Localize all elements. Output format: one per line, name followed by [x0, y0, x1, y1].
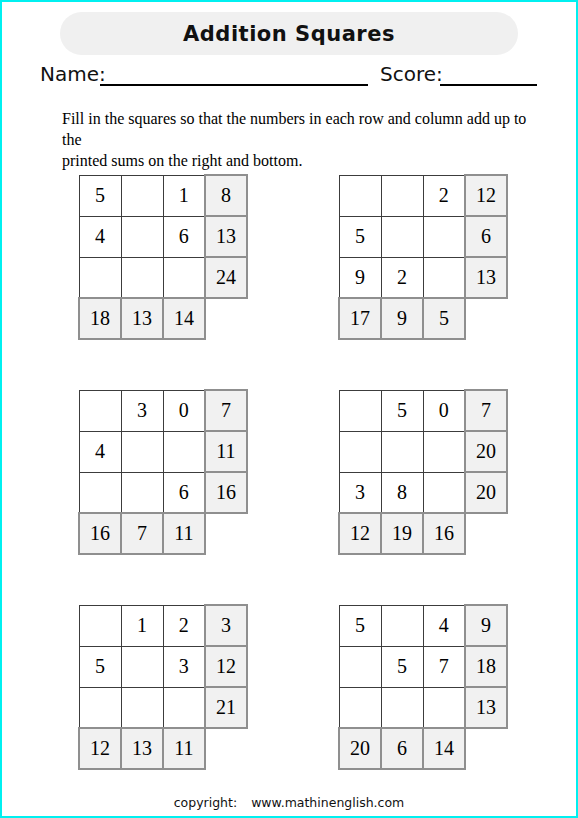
row-sum-cell: 24: [205, 257, 247, 298]
given-number-cell: 9: [339, 257, 381, 298]
column-sum-cell: 16: [423, 513, 465, 554]
row-sum-cell: 9: [465, 605, 507, 646]
empty-entry-cell[interactable]: [79, 390, 121, 431]
column-sum-cell: 20: [339, 728, 381, 769]
addition-square-puzzle-1: 518461324181314: [78, 174, 248, 340]
given-number-cell: 6: [163, 472, 205, 513]
column-sum-cell: 11: [163, 728, 205, 769]
name-input-line[interactable]: [100, 84, 368, 86]
copyright-label: copyright:: [174, 795, 237, 810]
empty-entry-cell[interactable]: [381, 216, 423, 257]
given-number-cell: 4: [423, 605, 465, 646]
empty-entry-cell[interactable]: [381, 605, 423, 646]
row-sum-cell: 18: [465, 646, 507, 687]
empty-entry-cell[interactable]: [121, 472, 163, 513]
given-number-cell: 4: [79, 431, 121, 472]
given-number-cell: 0: [163, 390, 205, 431]
addition-square-puzzle-4: 507203820121916: [338, 389, 508, 555]
addition-square-grid: 30741161616711: [78, 389, 248, 555]
empty-entry-cell[interactable]: [339, 390, 381, 431]
addition-square-grid: 518461324181314: [78, 174, 248, 340]
footer-url-link[interactable]: www.mathinenglish.com: [251, 795, 404, 810]
corner-void: [465, 728, 507, 769]
given-number-cell: 1: [121, 605, 163, 646]
given-number-cell: 5: [381, 646, 423, 687]
instructions: Fill in the squares so that the numbers …: [62, 108, 532, 171]
empty-entry-cell[interactable]: [423, 216, 465, 257]
empty-entry-cell[interactable]: [79, 687, 121, 728]
given-number-cell: 7: [423, 646, 465, 687]
given-number-cell: 8: [381, 472, 423, 513]
column-sum-cell: 6: [381, 728, 423, 769]
corner-void: [205, 298, 247, 339]
instructions-line-2: printed sums on the right and bottom.: [62, 150, 532, 171]
empty-entry-cell[interactable]: [381, 431, 423, 472]
corner-void: [465, 298, 507, 339]
row-sum-cell: 21: [205, 687, 247, 728]
given-number-cell: 4: [79, 216, 121, 257]
empty-entry-cell[interactable]: [79, 605, 121, 646]
row-sum-cell: 12: [465, 175, 507, 216]
empty-entry-cell[interactable]: [163, 687, 205, 728]
given-number-cell: 5: [339, 605, 381, 646]
empty-entry-cell[interactable]: [423, 472, 465, 513]
addition-square-grid: 2125692131795: [338, 174, 508, 340]
empty-entry-cell[interactable]: [423, 431, 465, 472]
given-number-cell: 5: [79, 646, 121, 687]
empty-entry-cell[interactable]: [423, 257, 465, 298]
name-label: Name:: [40, 62, 106, 86]
column-sum-cell: 9: [381, 298, 423, 339]
empty-entry-cell[interactable]: [79, 257, 121, 298]
row-sum-cell: 13: [205, 216, 247, 257]
row-sum-cell: 13: [465, 257, 507, 298]
empty-entry-cell[interactable]: [121, 646, 163, 687]
empty-entry-cell[interactable]: [163, 431, 205, 472]
column-sum-cell: 13: [121, 728, 163, 769]
corner-void: [465, 513, 507, 554]
row-sum-cell: 11: [205, 431, 247, 472]
instructions-line-1: Fill in the squares so that the numbers …: [62, 108, 532, 150]
column-sum-cell: 17: [339, 298, 381, 339]
row-sum-cell: 16: [205, 472, 247, 513]
row-sum-cell: 3: [205, 605, 247, 646]
given-number-cell: 3: [339, 472, 381, 513]
corner-void: [205, 728, 247, 769]
empty-entry-cell[interactable]: [339, 646, 381, 687]
column-sum-cell: 11: [163, 513, 205, 554]
column-sum-cell: 12: [339, 513, 381, 554]
empty-entry-cell[interactable]: [121, 175, 163, 216]
column-sum-cell: 14: [423, 728, 465, 769]
empty-entry-cell[interactable]: [121, 687, 163, 728]
empty-entry-cell[interactable]: [163, 257, 205, 298]
row-sum-cell: 12: [205, 646, 247, 687]
addition-square-grid: 123531221121311: [78, 604, 248, 770]
empty-entry-cell[interactable]: [339, 687, 381, 728]
empty-entry-cell[interactable]: [79, 472, 121, 513]
score-label: Score:: [380, 62, 443, 86]
given-number-cell: 3: [121, 390, 163, 431]
given-number-cell: 5: [339, 216, 381, 257]
addition-square-grid: 54957181320614: [338, 604, 508, 770]
score-input-line[interactable]: [440, 84, 537, 86]
column-sum-cell: 13: [121, 298, 163, 339]
empty-entry-cell[interactable]: [381, 687, 423, 728]
row-sum-cell: 7: [205, 390, 247, 431]
given-number-cell: 5: [79, 175, 121, 216]
given-number-cell: 6: [163, 216, 205, 257]
addition-square-puzzle-2: 2125692131795: [338, 174, 508, 340]
given-number-cell: 5: [381, 390, 423, 431]
column-sum-cell: 19: [381, 513, 423, 554]
column-sum-cell: 14: [163, 298, 205, 339]
empty-entry-cell[interactable]: [339, 431, 381, 472]
title-banner: Addition Squares: [60, 12, 518, 55]
column-sum-cell: 5: [423, 298, 465, 339]
row-sum-cell: 20: [465, 472, 507, 513]
given-number-cell: 2: [163, 605, 205, 646]
addition-square-puzzle-3: 30741161616711: [78, 389, 248, 555]
row-sum-cell: 13: [465, 687, 507, 728]
corner-void: [205, 513, 247, 554]
row-sum-cell: 7: [465, 390, 507, 431]
row-sum-cell: 8: [205, 175, 247, 216]
column-sum-cell: 7: [121, 513, 163, 554]
empty-entry-cell[interactable]: [121, 216, 163, 257]
column-sum-cell: 18: [79, 298, 121, 339]
addition-square-grid: 507203820121916: [338, 389, 508, 555]
page-title: Addition Squares: [183, 22, 395, 46]
addition-square-puzzle-6: 54957181320614: [338, 604, 508, 770]
given-number-cell: 2: [381, 257, 423, 298]
empty-entry-cell[interactable]: [381, 175, 423, 216]
row-sum-cell: 6: [465, 216, 507, 257]
footer: copyright:www.mathinenglish.com: [2, 795, 576, 810]
worksheet-page: Addition Squares Name: Score: Fill in th…: [0, 0, 578, 818]
given-number-cell: 1: [163, 175, 205, 216]
addition-square-puzzle-5: 123531221121311: [78, 604, 248, 770]
row-sum-cell: 20: [465, 431, 507, 472]
empty-entry-cell[interactable]: [121, 257, 163, 298]
column-sum-cell: 12: [79, 728, 121, 769]
given-number-cell: 3: [163, 646, 205, 687]
empty-entry-cell[interactable]: [121, 431, 163, 472]
column-sum-cell: 16: [79, 513, 121, 554]
given-number-cell: 2: [423, 175, 465, 216]
given-number-cell: 0: [423, 390, 465, 431]
empty-entry-cell[interactable]: [423, 687, 465, 728]
empty-entry-cell[interactable]: [339, 175, 381, 216]
